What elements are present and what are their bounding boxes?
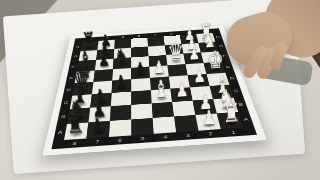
frame-corner — [243, 127, 257, 136]
white-bishop-c4: ♝ — [152, 77, 170, 101]
coord-label: 5 — [138, 35, 141, 38]
coord-label: 1 — [231, 130, 236, 135]
coord-label: 3 — [170, 32, 173, 35]
coord-label: 2 — [208, 131, 213, 136]
square-a5 — [131, 118, 153, 135]
square-b3 — [172, 101, 195, 117]
white-pawn-a2: ♟ — [201, 107, 216, 128]
white-rook-a1: ♜ — [222, 100, 241, 126]
square-b5 — [131, 103, 152, 119]
square-a8: ♜ — [64, 122, 88, 140]
board-grid: ♜♟♟♜♟♟♞♝♟♞♛♟♚♟♟♚♛♟♟♝♟♝♟♝♞♟♟♞♜♟♟♜ — [64, 33, 243, 140]
black-pawn-f7: ♟ — [97, 52, 110, 69]
white-king-e1: ♚ — [206, 47, 224, 72]
coord-label: 5 — [141, 136, 145, 141]
coord-label: 8 — [72, 141, 77, 146]
coord-label: 6 — [118, 138, 122, 143]
board-perspective-stage: 87654321 ABCDEFGH ♜♟♟♜♟♟♞♝♟♞♛♟♚♟♟♚♛♟♟♝♟♝… — [0, 0, 320, 180]
black-pawn-d6: ♟ — [114, 73, 128, 91]
square-a6 — [109, 119, 131, 136]
black-pawn-e5: ♟ — [133, 60, 146, 78]
square-a1: ♜ — [217, 112, 243, 129]
square-a3 — [174, 115, 198, 132]
chess-board: 87654321 ABCDEFGH ♜♟♟♜♟♟♞♝♟♞♛♟♚♟♟♚♛♟♟♝♟♝… — [42, 25, 266, 155]
black-pawn-a7: ♟ — [89, 115, 105, 136]
black-rook-a8: ♜ — [64, 111, 84, 137]
vinyl-mat: 87654321 ABCDEFGH ♜♟♟♜♟♟♞♝♟♞♛♟♚♟♟♚♛♟♟♝♟♝… — [42, 25, 266, 155]
coord-label: A — [243, 117, 249, 122]
coord-label: 4 — [163, 134, 167, 139]
square-e5: ♟ — [131, 67, 150, 80]
coord-label: A — [58, 130, 63, 135]
white-pawn-e4: ♟ — [152, 58, 165, 76]
white-pawn-d2: ♟ — [192, 67, 205, 85]
coord-label: 3 — [186, 133, 191, 138]
white-queen-f3: ♛ — [167, 39, 185, 63]
square-b6 — [110, 105, 131, 121]
white-pawn-f2: ♟ — [188, 45, 200, 62]
square-e3 — [167, 64, 187, 76]
board-frame: 87654321 ABCDEFGH ♜♟♟♜♟♟♞♝♟♞♛♟♚♟♟♚♛♟♟♝♟♝… — [51, 28, 257, 149]
square-a4 — [153, 116, 176, 133]
black-knight-f6: ♞ — [113, 46, 129, 68]
white-pawn-c3: ♟ — [175, 81, 189, 100]
square-b4 — [152, 102, 174, 118]
coord-label: H — [216, 36, 220, 39]
square-a7: ♟ — [86, 121, 109, 139]
square-e7 — [93, 69, 113, 82]
square-f3: ♛ — [166, 54, 185, 66]
square-d5 — [131, 78, 151, 92]
chess-photo-scene: 87654321 ABCDEFGH ♜♟♟♜♟♟♞♝♟♞♛♟♚♟♟♚♛♟♟♝♟♝… — [0, 0, 320, 180]
coord-label: E — [226, 65, 231, 69]
coord-label: 7 — [95, 139, 99, 144]
